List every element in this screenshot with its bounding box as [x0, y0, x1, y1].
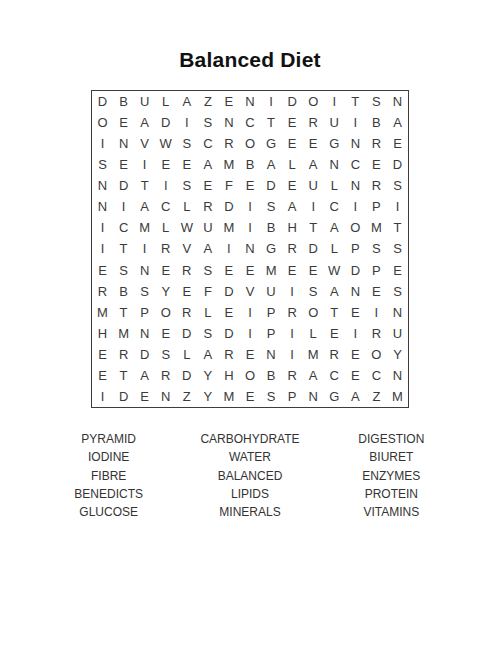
grid-cell-r2-c9[interactable]: T [261, 112, 282, 133]
grid-cell-r4-c1[interactable]: S [92, 154, 113, 175]
grid-cell-r15-c6[interactable]: Y [197, 386, 218, 407]
grid-cell-r14-c12[interactable]: C [324, 365, 345, 386]
grid-cell-r12-c1[interactable]: H [92, 323, 113, 344]
grid-cell-r5-c1[interactable]: N [92, 175, 113, 196]
grid-cell-r13-c3[interactable]: D [134, 344, 155, 365]
grid-cell-r6-c12[interactable]: C [324, 196, 345, 217]
grid-cell-r3-c1[interactable]: I [92, 133, 113, 154]
word-list-item-lipids: LIPIDS [179, 485, 320, 503]
grid-cell-r15-c1[interactable]: I [92, 386, 113, 407]
grid-cell-r3-c2[interactable]: N [113, 133, 134, 154]
grid-cell-r12-c2[interactable]: M [113, 323, 134, 344]
grid-cell-r6-c5[interactable]: L [176, 196, 197, 217]
word-list-item-water: WATER [179, 448, 320, 466]
grid-cell-r4-c13[interactable]: C [345, 154, 366, 175]
grid-cell-r13-c14[interactable]: O [366, 344, 387, 365]
grid-cell-r13-c11[interactable]: M [303, 344, 324, 365]
grid-cell-r11-c3[interactable]: P [134, 302, 155, 323]
grid-cell-r6-c2[interactable]: I [113, 196, 134, 217]
grid-cell-r12-c7[interactable]: D [218, 323, 239, 344]
grid-cell-r3-c13[interactable]: N [345, 133, 366, 154]
grid-cell-r3-c12[interactable]: G [324, 133, 345, 154]
grid-cell-r1-c6[interactable]: Z [197, 91, 218, 112]
grid-cell-r6-c4[interactable]: C [155, 196, 176, 217]
grid-cell-r7-c4[interactable]: L [155, 217, 176, 238]
grid-cell-r3-c3[interactable]: V [134, 133, 155, 154]
grid-cell-r9-c2[interactable]: S [113, 260, 134, 281]
grid-cell-r11-c9[interactable]: P [261, 302, 282, 323]
grid-cell-r2-c8[interactable]: C [239, 112, 260, 133]
letter-grid: DBULAZENIDOITSNOEADISNCTERUIBAINVWSCROGE… [91, 90, 409, 408]
grid-cell-r8-c6[interactable]: A [197, 238, 218, 259]
grid-cell-r10-c15[interactable]: S [387, 281, 408, 302]
grid-cell-r11-c1[interactable]: M [92, 302, 113, 323]
grid-cell-r7-c6[interactable]: U [197, 217, 218, 238]
grid-cell-r4-c2[interactable]: E [113, 154, 134, 175]
grid-cell-r12-c9[interactable]: P [261, 323, 282, 344]
word-list-item-vitamins: VITAMINS [321, 503, 462, 521]
grid-cell-r3-c9[interactable]: G [261, 133, 282, 154]
word-search-page: Balanced Diet DBULAZENIDOITSNOEADISNCTER… [0, 0, 500, 647]
grid-cell-r14-c4[interactable]: R [155, 365, 176, 386]
grid-cell-r10-c2[interactable]: B [113, 281, 134, 302]
grid-cell-r7-c10[interactable]: H [282, 217, 303, 238]
grid-cell-r13-c13[interactable]: E [345, 344, 366, 365]
grid-cell-r1-c12[interactable]: I [324, 91, 345, 112]
grid-cell-r8-c7[interactable]: I [218, 238, 239, 259]
grid-cell-r10-c1[interactable]: R [92, 281, 113, 302]
grid-cell-r7-c9[interactable]: B [261, 217, 282, 238]
grid-cell-r15-c2[interactable]: D [113, 386, 134, 407]
grid-cell-r13-c8[interactable]: E [239, 344, 260, 365]
grid-cell-r8-c13[interactable]: P [345, 238, 366, 259]
grid-cell-r10-c12[interactable]: A [324, 281, 345, 302]
grid-cell-r9-c3[interactable]: N [134, 260, 155, 281]
grid-cell-r8-c1[interactable]: I [92, 238, 113, 259]
grid-cell-r8-c10[interactable]: R [282, 238, 303, 259]
grid-cell-r10-c4[interactable]: Y [155, 281, 176, 302]
grid-cell-r14-c15[interactable]: N [387, 365, 408, 386]
word-list-item-minerals: MINERALS [179, 503, 320, 521]
grid-cell-r15-c15[interactable]: M [387, 386, 408, 407]
grid-cell-r5-c15[interactable]: S [387, 175, 408, 196]
grid-cell-r9-c15[interactable]: E [387, 260, 408, 281]
grid-cell-r10-c10[interactable]: I [282, 281, 303, 302]
grid-cell-r5-c10[interactable]: E [282, 175, 303, 196]
grid-cell-r1-c14[interactable]: S [366, 91, 387, 112]
grid-cell-r9-c1[interactable]: E [92, 260, 113, 281]
grid-cell-r5-c6[interactable]: E [197, 175, 218, 196]
grid-cell-r14-c5[interactable]: D [176, 365, 197, 386]
grid-cell-r4-c3[interactable]: I [134, 154, 155, 175]
grid-cell-r6-c13[interactable]: I [345, 196, 366, 217]
grid-cell-r11-c5[interactable]: R [176, 302, 197, 323]
grid-cell-r9-c6[interactable]: S [197, 260, 218, 281]
grid-cell-r8-c4[interactable]: R [155, 238, 176, 259]
grid-cell-r1-c1[interactable]: D [92, 91, 113, 112]
grid-cell-r4-c12[interactable]: N [324, 154, 345, 175]
grid-cell-r6-c9[interactable]: S [261, 196, 282, 217]
grid-cell-r14-c13[interactable]: E [345, 365, 366, 386]
grid-cell-r7-c1[interactable]: I [92, 217, 113, 238]
grid-cell-r6-c1[interactable]: N [92, 196, 113, 217]
grid-cell-r9-c12[interactable]: W [324, 260, 345, 281]
grid-cell-r2-c12[interactable]: U [324, 112, 345, 133]
grid-cell-r5-c13[interactable]: N [345, 175, 366, 196]
grid-cell-r13-c1[interactable]: E [92, 344, 113, 365]
grid-cell-r2-c4[interactable]: D [155, 112, 176, 133]
word-list-item-enzymes: ENZYMES [321, 467, 462, 485]
grid-cell-r3-c6[interactable]: C [197, 133, 218, 154]
grid-cell-r11-c2[interactable]: T [113, 302, 134, 323]
grid-cell-r2-c14[interactable]: B [366, 112, 387, 133]
word-list-item-benedicts: BENEDICTS [38, 485, 179, 503]
grid-cell-r14-c6[interactable]: Y [197, 365, 218, 386]
grid-cell-r5-c9[interactable]: D [261, 175, 282, 196]
grid-cell-r11-c12[interactable]: T [324, 302, 345, 323]
word-list-column-2: CARBOHYDRATEWATERBALANCEDLIPIDSMINERALS [179, 430, 320, 521]
grid-cell-r9-c7[interactable]: E [218, 260, 239, 281]
grid-cell-r1-c3[interactable]: U [134, 91, 155, 112]
grid-cell-r13-c5[interactable]: L [176, 344, 197, 365]
grid-cell-r7-c5[interactable]: W [176, 217, 197, 238]
grid-cell-r3-c11[interactable]: E [303, 133, 324, 154]
grid-cell-r2-c10[interactable]: E [282, 112, 303, 133]
grid-cell-r8-c11[interactable]: D [303, 238, 324, 259]
word-list-item-fibre: FIBRE [38, 467, 179, 485]
grid-cell-r15-c13[interactable]: A [345, 386, 366, 407]
grid-cell-r8-c5[interactable]: V [176, 238, 197, 259]
grid-cell-r5-c14[interactable]: R [366, 175, 387, 196]
grid-cell-r11-c15[interactable]: N [387, 302, 408, 323]
grid-cell-r8-c15[interactable]: S [387, 238, 408, 259]
grid-cell-r2-c1[interactable]: O [92, 112, 113, 133]
grid-cell-r1-c10[interactable]: D [282, 91, 303, 112]
grid-cell-r13-c9[interactable]: N [261, 344, 282, 365]
grid-cell-r2-c7[interactable]: N [218, 112, 239, 133]
grid-cell-r3-c7[interactable]: R [218, 133, 239, 154]
grid-cell-r15-c5[interactable]: Z [176, 386, 197, 407]
grid-cell-r8-c8[interactable]: N [239, 238, 260, 259]
grid-cell-r8-c14[interactable]: S [366, 238, 387, 259]
grid-cell-r5-c4[interactable]: I [155, 175, 176, 196]
grid-cell-r9-c11[interactable]: E [303, 260, 324, 281]
grid-cell-r12-c3[interactable]: N [134, 323, 155, 344]
grid-cell-r6-c14[interactable]: P [366, 196, 387, 217]
grid-cell-r12-c8[interactable]: I [239, 323, 260, 344]
grid-cell-r1-c7[interactable]: E [218, 91, 239, 112]
grid-cell-r11-c11[interactable]: O [303, 302, 324, 323]
grid-cell-r8-c12[interactable]: L [324, 238, 345, 259]
grid-cell-r7-c11[interactable]: T [303, 217, 324, 238]
grid-cell-r6-c10[interactable]: A [282, 196, 303, 217]
grid-cell-r7-c3[interactable]: M [134, 217, 155, 238]
grid-cell-r3-c8[interactable]: O [239, 133, 260, 154]
grid-cell-r12-c11[interactable]: L [303, 323, 324, 344]
word-list-item-biuret: BIURET [321, 448, 462, 466]
grid-cell-r12-c12[interactable]: E [324, 323, 345, 344]
grid-cell-r14-c1[interactable]: E [92, 365, 113, 386]
grid-cell-r3-c5[interactable]: S [176, 133, 197, 154]
grid-cell-r11-c7[interactable]: E [218, 302, 239, 323]
grid-cell-r7-c2[interactable]: C [113, 217, 134, 238]
grid-cell-r5-c8[interactable]: E [239, 175, 260, 196]
grid-cell-r3-c4[interactable]: W [155, 133, 176, 154]
grid-cell-r2-c2[interactable]: E [113, 112, 134, 133]
grid-cell-r12-c4[interactable]: E [155, 323, 176, 344]
grid-cell-r11-c13[interactable]: E [345, 302, 366, 323]
grid-cell-r7-c12[interactable]: A [324, 217, 345, 238]
word-list-item-pyramid: PYRAMID [38, 430, 179, 448]
grid-cell-r15-c10[interactable]: P [282, 386, 303, 407]
grid-cell-r12-c15[interactable]: U [387, 323, 408, 344]
grid-cell-r10-c6[interactable]: F [197, 281, 218, 302]
grid-cell-r12-c14[interactable]: R [366, 323, 387, 344]
word-list-item-carbohydrate: CARBOHYDRATE [179, 430, 320, 448]
grid-cell-r4-c14[interactable]: E [366, 154, 387, 175]
grid-cell-r3-c10[interactable]: E [282, 133, 303, 154]
grid-cell-r13-c4[interactable]: S [155, 344, 176, 365]
grid-cell-r14-c14[interactable]: C [366, 365, 387, 386]
grid-cell-r4-c5[interactable]: E [176, 154, 197, 175]
grid-cell-r10-c8[interactable]: V [239, 281, 260, 302]
grid-cell-r11-c10[interactable]: R [282, 302, 303, 323]
grid-cell-r4-c11[interactable]: A [303, 154, 324, 175]
grid-cell-r9-c10[interactable]: E [282, 260, 303, 281]
grid-cell-r13-c7[interactable]: R [218, 344, 239, 365]
grid-cell-r1-c8[interactable]: N [239, 91, 260, 112]
grid-cell-r15-c14[interactable]: Z [366, 386, 387, 407]
grid-cell-r2-c6[interactable]: S [197, 112, 218, 133]
grid-cell-r14-c2[interactable]: T [113, 365, 134, 386]
grid-cell-r8-c9[interactable]: G [261, 238, 282, 259]
grid-cell-r7-c7[interactable]: M [218, 217, 239, 238]
word-list-column-3: DIGESTIONBIURETENZYMESPROTEINVITAMINS [321, 430, 462, 521]
grid-cell-r1-c11[interactable]: O [303, 91, 324, 112]
grid-cell-r5-c3[interactable]: T [134, 175, 155, 196]
grid-cell-r15-c3[interactable]: E [134, 386, 155, 407]
grid-cell-r14-c8[interactable]: O [239, 365, 260, 386]
grid-cell-r10-c3[interactable]: S [134, 281, 155, 302]
grid-cell-r5-c7[interactable]: F [218, 175, 239, 196]
grid-cell-r2-c5[interactable]: I [176, 112, 197, 133]
grid-cell-r13-c15[interactable]: Y [387, 344, 408, 365]
word-list: PYRAMIDIODINEFIBREBENEDICTSGLUCOSE CARBO… [38, 430, 462, 521]
word-list-column-1: PYRAMIDIODINEFIBREBENEDICTSGLUCOSE [38, 430, 179, 521]
grid-cell-r6-c8[interactable]: I [239, 196, 260, 217]
grid-cell-r9-c9[interactable]: M [261, 260, 282, 281]
grid-cell-r2-c13[interactable]: I [345, 112, 366, 133]
grid-cell-r7-c15[interactable]: T [387, 217, 408, 238]
grid-cell-r10-c9[interactable]: U [261, 281, 282, 302]
grid-cell-r15-c8[interactable]: E [239, 386, 260, 407]
grid-cell-r4-c7[interactable]: M [218, 154, 239, 175]
grid-cell-r9-c13[interactable]: D [345, 260, 366, 281]
grid-cell-r15-c11[interactable]: N [303, 386, 324, 407]
grid-cell-r10-c14[interactable]: E [366, 281, 387, 302]
grid-cell-r6-c3[interactable]: A [134, 196, 155, 217]
grid-cell-r15-c4[interactable]: N [155, 386, 176, 407]
grid-cell-r7-c14[interactable]: M [366, 217, 387, 238]
grid-cell-r6-c11[interactable]: I [303, 196, 324, 217]
grid-cell-r1-c2[interactable]: B [113, 91, 134, 112]
puzzle-title: Balanced Diet [0, 0, 500, 71]
grid-cell-r5-c11[interactable]: U [303, 175, 324, 196]
grid-cell-r1-c9[interactable]: I [261, 91, 282, 112]
grid-cell-r12-c13[interactable]: I [345, 323, 366, 344]
grid-cell-r4-c6[interactable]: A [197, 154, 218, 175]
grid-cell-r10-c13[interactable]: N [345, 281, 366, 302]
grid-cell-r4-c15[interactable]: D [387, 154, 408, 175]
grid-cell-r4-c10[interactable]: L [282, 154, 303, 175]
grid-cell-r14-c11[interactable]: A [303, 365, 324, 386]
word-list-item-protein: PROTEIN [321, 485, 462, 503]
grid-cell-r5-c12[interactable]: L [324, 175, 345, 196]
grid-cell-r14-c3[interactable]: A [134, 365, 155, 386]
grid-cell-r3-c15[interactable]: E [387, 133, 408, 154]
grid-cell-r11-c14[interactable]: I [366, 302, 387, 323]
grid-cell-r4-c4[interactable]: E [155, 154, 176, 175]
grid-cell-r14-c10[interactable]: R [282, 365, 303, 386]
grid-cell-r4-c9[interactable]: A [261, 154, 282, 175]
grid-cell-r15-c7[interactable]: M [218, 386, 239, 407]
grid-cell-r12-c5[interactable]: D [176, 323, 197, 344]
grid-cell-r13-c2[interactable]: R [113, 344, 134, 365]
grid-cell-r7-c13[interactable]: O [345, 217, 366, 238]
grid-cell-r10-c7[interactable]: D [218, 281, 239, 302]
grid-cell-r1-c13[interactable]: T [345, 91, 366, 112]
grid-cell-r11-c4[interactable]: O [155, 302, 176, 323]
grid-cell-r13-c12[interactable]: R [324, 344, 345, 365]
grid-cell-r8-c3[interactable]: I [134, 238, 155, 259]
grid-cell-r1-c15[interactable]: N [387, 91, 408, 112]
grid-cell-r1-c4[interactable]: L [155, 91, 176, 112]
grid-cell-r14-c9[interactable]: B [261, 365, 282, 386]
grid-cell-r6-c6[interactable]: R [197, 196, 218, 217]
grid-cell-r10-c11[interactable]: S [303, 281, 324, 302]
grid-cell-r15-c12[interactable]: G [324, 386, 345, 407]
word-list-item-glucose: GLUCOSE [38, 503, 179, 521]
grid-cell-r6-c15[interactable]: I [387, 196, 408, 217]
grid-cell-r8-c2[interactable]: T [113, 238, 134, 259]
word-list-item-digestion: DIGESTION [321, 430, 462, 448]
grid-cell-r5-c2[interactable]: D [113, 175, 134, 196]
grid-cell-r7-c8[interactable]: I [239, 217, 260, 238]
grid-cell-r12-c6[interactable]: S [197, 323, 218, 344]
grid-cell-r2-c3[interactable]: A [134, 112, 155, 133]
grid-cell-r11-c8[interactable]: I [239, 302, 260, 323]
grid-cell-r4-c8[interactable]: B [239, 154, 260, 175]
word-list-item-iodine: IODINE [38, 448, 179, 466]
grid-cell-r9-c5[interactable]: R [176, 260, 197, 281]
grid-cell-r12-c10[interactable]: I [282, 323, 303, 344]
grid-cell-r9-c14[interactable]: P [366, 260, 387, 281]
grid-cell-r2-c15[interactable]: A [387, 112, 408, 133]
grid-cell-r5-c5[interactable]: S [176, 175, 197, 196]
word-list-item-balanced: BALANCED [179, 467, 320, 485]
grid-cell-r9-c8[interactable]: E [239, 260, 260, 281]
grid-cell-r9-c4[interactable]: E [155, 260, 176, 281]
grid-cell-r10-c5[interactable]: E [176, 281, 197, 302]
grid-cell-r3-c14[interactable]: R [366, 133, 387, 154]
grid-cell-r13-c10[interactable]: I [282, 344, 303, 365]
grid-cell-r6-c7[interactable]: D [218, 196, 239, 217]
grid-cell-r15-c9[interactable]: S [261, 386, 282, 407]
grid-cell-r13-c6[interactable]: A [197, 344, 218, 365]
grid-cell-r1-c5[interactable]: A [176, 91, 197, 112]
grid-cell-r11-c6[interactable]: L [197, 302, 218, 323]
grid-cell-r2-c11[interactable]: R [303, 112, 324, 133]
grid-cell-r14-c7[interactable]: H [218, 365, 239, 386]
